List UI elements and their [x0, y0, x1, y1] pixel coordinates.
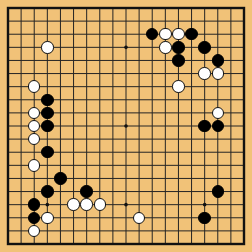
white-stone: [67, 198, 79, 210]
black-stone: [185, 28, 197, 40]
black-stone: [172, 41, 184, 53]
black-stone: [198, 120, 210, 132]
white-stone: [133, 212, 145, 224]
black-stone: [41, 146, 53, 158]
black-stone: [41, 185, 53, 197]
white-stone: [159, 41, 171, 53]
black-stone: [198, 212, 210, 224]
white-stone: [41, 41, 53, 53]
white-stone: [172, 28, 184, 40]
black-stone: [41, 107, 53, 119]
go-board-scene: [0, 0, 252, 252]
black-stone: [212, 185, 224, 197]
black-stone: [41, 120, 53, 132]
white-stone: [172, 80, 184, 92]
white-stone: [94, 198, 106, 210]
black-stone: [28, 212, 40, 224]
black-stone: [54, 172, 66, 184]
white-stone: [28, 120, 40, 132]
black-stone: [172, 54, 184, 66]
white-stone: [80, 198, 92, 210]
black-stone: [198, 41, 210, 53]
white-stone: [28, 225, 40, 237]
go-board-surface[interactable]: [1, 1, 250, 250]
white-stone: [198, 67, 210, 79]
white-stone: [212, 67, 224, 79]
white-stone: [28, 107, 40, 119]
black-stone: [146, 28, 158, 40]
white-stone: [28, 80, 40, 92]
black-stone: [80, 185, 92, 197]
white-stone: [28, 159, 40, 171]
black-stone: [41, 94, 53, 106]
black-stone: [28, 198, 40, 210]
white-stone: [41, 212, 53, 224]
white-stone: [212, 107, 224, 119]
white-stone: [159, 28, 171, 40]
black-stone: [212, 120, 224, 132]
white-stone: [28, 133, 40, 145]
black-stone: [212, 54, 224, 66]
